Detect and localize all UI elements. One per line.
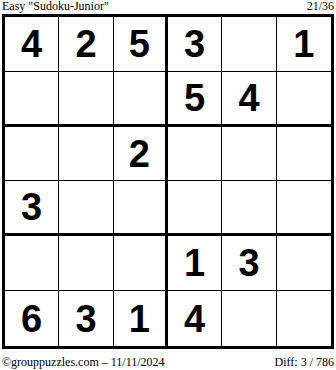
cell-r2c1[interactable] — [5, 72, 59, 127]
cell-r3c1[interactable] — [5, 127, 59, 182]
cell-r5c2[interactable] — [59, 236, 113, 291]
cell-r6c4[interactable]: 4 — [168, 291, 222, 346]
cell-r5c6[interactable] — [277, 236, 331, 291]
cell-r5c3[interactable] — [114, 236, 168, 291]
cell-r6c5[interactable] — [222, 291, 276, 346]
cell-r4c5[interactable] — [222, 181, 276, 236]
header: Easy "Sudoku-Junior" 21/36 — [2, 0, 334, 14]
cell-r2c2[interactable] — [59, 72, 113, 127]
cell-r3c6[interactable] — [277, 127, 331, 182]
cell-r2c6[interactable] — [277, 72, 331, 127]
cell-r4c3[interactable] — [114, 181, 168, 236]
cell-r3c4[interactable] — [168, 127, 222, 182]
cell-r1c5[interactable] — [222, 17, 276, 72]
cell-r4c2[interactable] — [59, 181, 113, 236]
cell-r4c6[interactable] — [277, 181, 331, 236]
cell-r3c3[interactable]: 2 — [114, 127, 168, 182]
cell-r2c5[interactable]: 4 — [222, 72, 276, 127]
cell-r5c5[interactable]: 3 — [222, 236, 276, 291]
cell-r1c2[interactable]: 2 — [59, 17, 113, 72]
cell-r6c3[interactable]: 1 — [114, 291, 168, 346]
cell-r5c4[interactable]: 1 — [168, 236, 222, 291]
cell-r1c1[interactable]: 4 — [5, 17, 59, 72]
cell-r1c3[interactable]: 5 — [114, 17, 168, 72]
cell-r3c2[interactable] — [59, 127, 113, 182]
difficulty-text: Diff: 3 / 786 — [275, 355, 334, 369]
cell-r1c4[interactable]: 3 — [168, 17, 222, 72]
sudoku-grid: 425315423136314 — [2, 14, 334, 349]
cell-counter: 21/36 — [307, 0, 334, 13]
puzzle-page: Easy "Sudoku-Junior" 21/36 4253154231363… — [0, 0, 336, 370]
cell-r6c2[interactable]: 3 — [59, 291, 113, 346]
cell-r6c6[interactable] — [277, 291, 331, 346]
copyright-text: ©grouppuzzles.com – 11/11/2024 — [2, 355, 165, 369]
cell-r5c1[interactable] — [5, 236, 59, 291]
cell-r2c4[interactable]: 5 — [168, 72, 222, 127]
cell-r4c4[interactable] — [168, 181, 222, 236]
cell-r1c6[interactable]: 1 — [277, 17, 331, 72]
footer: ©grouppuzzles.com – 11/11/2024 Diff: 3 /… — [2, 354, 334, 369]
puzzle-title: Easy "Sudoku-Junior" — [2, 0, 109, 13]
cell-r3c5[interactable] — [222, 127, 276, 182]
cell-r2c3[interactable] — [114, 72, 168, 127]
cell-r6c1[interactable]: 6 — [5, 291, 59, 346]
cell-r4c1[interactable]: 3 — [5, 181, 59, 236]
